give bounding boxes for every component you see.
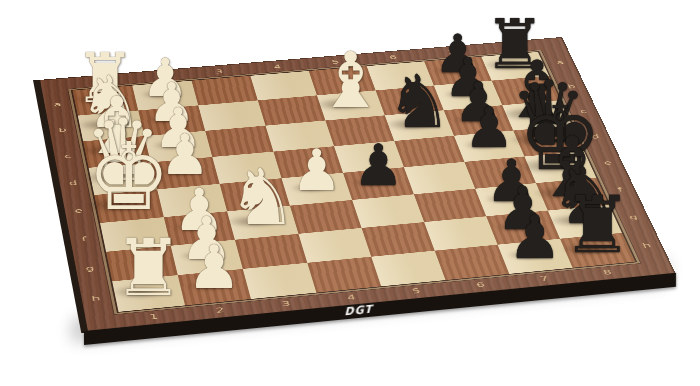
coord-top-4: 4 (271, 64, 285, 70)
black-pawn-e5[interactable]: ♟ (350, 137, 407, 194)
square-h3[interactable] (243, 263, 317, 299)
dgt-board-photo: 11aa22bb33cc44dd55ee66ff77gg88hh DGT ♜♝♛… (0, 0, 700, 386)
square-h6[interactable] (435, 245, 510, 280)
square-h5[interactable] (371, 251, 445, 287)
white-bishop-b5[interactable]: ♝ (312, 42, 389, 119)
white-king-e1[interactable]: ♚ (82, 130, 175, 223)
coord-top-3: 3 (212, 69, 226, 75)
square-h4[interactable] (307, 257, 381, 293)
coord-left-f: f (77, 235, 92, 242)
black-knight-c6[interactable]: ♞ (383, 65, 456, 138)
coord-left-g: g (82, 264, 97, 272)
coord-bottom-5: 5 (408, 287, 424, 295)
coord-left-d: d (66, 179, 81, 186)
white-pawn-h2[interactable]: ♟ (184, 237, 244, 297)
coord-bottom-3: 3 (278, 300, 294, 308)
coord-right-h: h (639, 242, 655, 249)
black-pawn-h7[interactable]: ♟ (505, 207, 565, 267)
coord-left-a: a (50, 101, 64, 107)
coord-bottom-6: 6 (472, 281, 488, 289)
coord-bottom-2: 2 (212, 306, 228, 314)
dgt-logo: DGT (344, 303, 372, 320)
coord-bottom-4: 4 (343, 294, 359, 302)
coord-left-h: h (88, 294, 103, 302)
coord-bottom-7: 7 (536, 275, 552, 283)
black-rook-h8[interactable]: ♜ (558, 186, 636, 264)
white-rook-h1[interactable]: ♜ (109, 229, 187, 307)
coord-left-c: c (60, 153, 74, 160)
coord-left-b: b (55, 127, 69, 134)
coord-bottom-1: 1 (146, 313, 162, 321)
